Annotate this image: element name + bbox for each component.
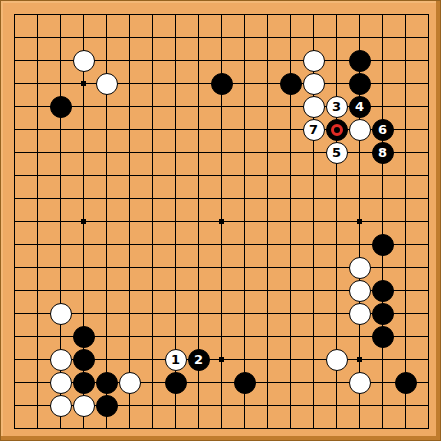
intersection-r16c6[interactable] bbox=[118, 348, 141, 371]
intersection-r2c9[interactable] bbox=[187, 26, 210, 49]
intersection-r12c3[interactable] bbox=[49, 256, 72, 279]
intersection-r18c13[interactable] bbox=[279, 394, 302, 417]
intersection-r5c18[interactable] bbox=[394, 95, 417, 118]
intersection-r11c19[interactable] bbox=[417, 233, 440, 256]
intersection-r6c14[interactable]: 7 bbox=[302, 118, 325, 141]
intersection-r13c12[interactable] bbox=[256, 279, 279, 302]
intersection-r2c16[interactable] bbox=[348, 26, 371, 49]
intersection-r9c14[interactable] bbox=[302, 187, 325, 210]
intersection-r15c19[interactable] bbox=[417, 325, 440, 348]
intersection-r5c8[interactable] bbox=[164, 95, 187, 118]
intersection-r14c12[interactable] bbox=[256, 302, 279, 325]
intersection-r5c16[interactable]: 4 bbox=[348, 95, 371, 118]
intersection-r3c4[interactable] bbox=[72, 49, 95, 72]
intersection-r3c1[interactable] bbox=[3, 49, 26, 72]
intersection-r7c3[interactable] bbox=[49, 141, 72, 164]
intersection-r14c7[interactable] bbox=[141, 302, 164, 325]
intersection-r15c1[interactable] bbox=[3, 325, 26, 348]
intersection-r4c7[interactable] bbox=[141, 72, 164, 95]
intersection-r13c14[interactable] bbox=[302, 279, 325, 302]
intersection-r13c17[interactable] bbox=[371, 279, 394, 302]
intersection-r18c15[interactable] bbox=[325, 394, 348, 417]
intersection-r11c4[interactable] bbox=[72, 233, 95, 256]
intersection-r15c18[interactable] bbox=[394, 325, 417, 348]
intersection-r10c6[interactable] bbox=[118, 210, 141, 233]
intersection-r9c1[interactable] bbox=[3, 187, 26, 210]
intersection-r17c13[interactable] bbox=[279, 371, 302, 394]
intersection-r4c15[interactable] bbox=[325, 72, 348, 95]
intersection-r5c2[interactable] bbox=[26, 95, 49, 118]
intersection-r16c17[interactable] bbox=[371, 348, 394, 371]
intersection-r12c8[interactable] bbox=[164, 256, 187, 279]
intersection-r6c17[interactable]: 6 bbox=[371, 118, 394, 141]
intersection-r2c17[interactable] bbox=[371, 26, 394, 49]
intersection-r15c12[interactable] bbox=[256, 325, 279, 348]
intersection-r11c5[interactable] bbox=[95, 233, 118, 256]
intersection-r1c6[interactable] bbox=[118, 3, 141, 26]
intersection-r4c3[interactable] bbox=[49, 72, 72, 95]
intersection-r13c3[interactable] bbox=[49, 279, 72, 302]
intersection-r11c8[interactable] bbox=[164, 233, 187, 256]
intersection-r17c11[interactable] bbox=[233, 371, 256, 394]
intersection-r15c5[interactable] bbox=[95, 325, 118, 348]
intersection-r8c8[interactable] bbox=[164, 164, 187, 187]
intersection-r8c12[interactable] bbox=[256, 164, 279, 187]
intersection-r7c19[interactable] bbox=[417, 141, 440, 164]
intersection-r14c6[interactable] bbox=[118, 302, 141, 325]
intersection-r10c9[interactable] bbox=[187, 210, 210, 233]
intersection-r17c15[interactable] bbox=[325, 371, 348, 394]
intersection-r1c5[interactable] bbox=[95, 3, 118, 26]
intersection-r1c4[interactable] bbox=[72, 3, 95, 26]
intersection-r8c15[interactable] bbox=[325, 164, 348, 187]
intersection-r8c5[interactable] bbox=[95, 164, 118, 187]
intersection-r15c9[interactable] bbox=[187, 325, 210, 348]
intersection-r1c1[interactable] bbox=[3, 3, 26, 26]
intersection-r3c17[interactable] bbox=[371, 49, 394, 72]
intersection-r5c12[interactable] bbox=[256, 95, 279, 118]
intersection-r15c7[interactable] bbox=[141, 325, 164, 348]
intersection-r13c7[interactable] bbox=[141, 279, 164, 302]
intersection-r19c4[interactable] bbox=[72, 417, 95, 440]
intersection-r2c1[interactable] bbox=[3, 26, 26, 49]
intersection-r19c13[interactable] bbox=[279, 417, 302, 440]
intersection-r17c8[interactable] bbox=[164, 371, 187, 394]
intersection-r18c5[interactable] bbox=[95, 394, 118, 417]
intersection-r19c5[interactable] bbox=[95, 417, 118, 440]
intersection-r3c7[interactable] bbox=[141, 49, 164, 72]
intersection-r16c11[interactable] bbox=[233, 348, 256, 371]
intersection-r11c18[interactable] bbox=[394, 233, 417, 256]
intersection-r3c9[interactable] bbox=[187, 49, 210, 72]
intersection-r3c3[interactable] bbox=[49, 49, 72, 72]
intersection-r14c16[interactable] bbox=[348, 302, 371, 325]
intersection-r1c7[interactable] bbox=[141, 3, 164, 26]
intersection-r6c3[interactable] bbox=[49, 118, 72, 141]
intersection-r4c18[interactable] bbox=[394, 72, 417, 95]
intersection-r13c11[interactable] bbox=[233, 279, 256, 302]
intersection-r1c11[interactable] bbox=[233, 3, 256, 26]
intersection-r18c12[interactable] bbox=[256, 394, 279, 417]
intersection-r7c16[interactable] bbox=[348, 141, 371, 164]
intersection-r11c13[interactable] bbox=[279, 233, 302, 256]
intersection-r4c8[interactable] bbox=[164, 72, 187, 95]
intersection-r9c3[interactable] bbox=[49, 187, 72, 210]
intersection-r1c12[interactable] bbox=[256, 3, 279, 26]
intersection-r15c4[interactable] bbox=[72, 325, 95, 348]
intersection-r2c10[interactable] bbox=[210, 26, 233, 49]
intersection-r4c4[interactable] bbox=[72, 72, 95, 95]
intersection-r9c2[interactable] bbox=[26, 187, 49, 210]
intersection-r4c14[interactable] bbox=[302, 72, 325, 95]
intersection-r16c12[interactable] bbox=[256, 348, 279, 371]
intersection-r8c14[interactable] bbox=[302, 164, 325, 187]
intersection-r3c5[interactable] bbox=[95, 49, 118, 72]
intersection-r11c10[interactable] bbox=[210, 233, 233, 256]
intersection-r19c12[interactable] bbox=[256, 417, 279, 440]
intersection-r12c18[interactable] bbox=[394, 256, 417, 279]
intersection-r13c5[interactable] bbox=[95, 279, 118, 302]
intersection-r18c2[interactable] bbox=[26, 394, 49, 417]
intersection-r5c9[interactable] bbox=[187, 95, 210, 118]
intersection-r5c5[interactable] bbox=[95, 95, 118, 118]
intersection-r3c2[interactable] bbox=[26, 49, 49, 72]
intersection-r18c1[interactable] bbox=[3, 394, 26, 417]
intersection-r11c17[interactable] bbox=[371, 233, 394, 256]
intersection-r19c19[interactable] bbox=[417, 417, 440, 440]
intersection-r9c12[interactable] bbox=[256, 187, 279, 210]
intersection-r6c4[interactable] bbox=[72, 118, 95, 141]
intersection-r13c8[interactable] bbox=[164, 279, 187, 302]
intersection-r11c6[interactable] bbox=[118, 233, 141, 256]
intersection-r16c1[interactable] bbox=[3, 348, 26, 371]
intersection-r13c13[interactable] bbox=[279, 279, 302, 302]
intersection-r9c9[interactable] bbox=[187, 187, 210, 210]
intersection-r18c17[interactable] bbox=[371, 394, 394, 417]
intersection-r3c14[interactable] bbox=[302, 49, 325, 72]
intersection-r1c17[interactable] bbox=[371, 3, 394, 26]
intersection-r9c6[interactable] bbox=[118, 187, 141, 210]
intersection-r11c2[interactable] bbox=[26, 233, 49, 256]
intersection-r2c5[interactable] bbox=[95, 26, 118, 49]
intersection-r11c14[interactable] bbox=[302, 233, 325, 256]
intersection-r18c4[interactable] bbox=[72, 394, 95, 417]
intersection-r4c5[interactable] bbox=[95, 72, 118, 95]
intersection-r14c14[interactable] bbox=[302, 302, 325, 325]
intersection-r6c18[interactable] bbox=[394, 118, 417, 141]
intersection-r18c7[interactable] bbox=[141, 394, 164, 417]
intersection-r1c15[interactable] bbox=[325, 3, 348, 26]
intersection-r10c17[interactable] bbox=[371, 210, 394, 233]
intersection-r2c4[interactable] bbox=[72, 26, 95, 49]
intersection-r7c9[interactable] bbox=[187, 141, 210, 164]
intersection-r14c10[interactable] bbox=[210, 302, 233, 325]
intersection-r3c10[interactable] bbox=[210, 49, 233, 72]
intersection-r1c2[interactable] bbox=[26, 3, 49, 26]
intersection-r13c9[interactable] bbox=[187, 279, 210, 302]
intersection-r16c16[interactable] bbox=[348, 348, 371, 371]
intersection-r7c13[interactable] bbox=[279, 141, 302, 164]
intersection-r7c10[interactable] bbox=[210, 141, 233, 164]
intersection-r14c8[interactable] bbox=[164, 302, 187, 325]
intersection-r7c12[interactable] bbox=[256, 141, 279, 164]
intersection-r9c7[interactable] bbox=[141, 187, 164, 210]
intersection-r18c9[interactable] bbox=[187, 394, 210, 417]
intersection-r4c2[interactable] bbox=[26, 72, 49, 95]
intersection-r2c13[interactable] bbox=[279, 26, 302, 49]
intersection-r7c1[interactable] bbox=[3, 141, 26, 164]
intersection-r1c14[interactable] bbox=[302, 3, 325, 26]
intersection-r1c13[interactable] bbox=[279, 3, 302, 26]
intersection-r12c5[interactable] bbox=[95, 256, 118, 279]
intersection-r14c18[interactable] bbox=[394, 302, 417, 325]
intersection-r3c15[interactable] bbox=[325, 49, 348, 72]
intersection-r16c8[interactable]: 1 bbox=[164, 348, 187, 371]
intersection-r6c2[interactable] bbox=[26, 118, 49, 141]
intersection-r16c5[interactable] bbox=[95, 348, 118, 371]
intersection-r1c3[interactable] bbox=[49, 3, 72, 26]
intersection-r18c3[interactable] bbox=[49, 394, 72, 417]
intersection-r8c2[interactable] bbox=[26, 164, 49, 187]
intersection-r7c18[interactable] bbox=[394, 141, 417, 164]
intersection-r4c10[interactable] bbox=[210, 72, 233, 95]
intersection-r6c19[interactable] bbox=[417, 118, 440, 141]
intersection-r16c7[interactable] bbox=[141, 348, 164, 371]
intersection-r19c1[interactable] bbox=[3, 417, 26, 440]
intersection-r15c13[interactable] bbox=[279, 325, 302, 348]
intersection-r9c11[interactable] bbox=[233, 187, 256, 210]
intersection-r6c7[interactable] bbox=[141, 118, 164, 141]
intersection-r18c10[interactable] bbox=[210, 394, 233, 417]
intersection-r7c6[interactable] bbox=[118, 141, 141, 164]
intersection-r8c19[interactable] bbox=[417, 164, 440, 187]
intersection-r16c9[interactable]: 2 bbox=[187, 348, 210, 371]
intersection-r11c9[interactable] bbox=[187, 233, 210, 256]
intersection-r13c10[interactable] bbox=[210, 279, 233, 302]
intersection-r14c2[interactable] bbox=[26, 302, 49, 325]
intersection-r9c4[interactable] bbox=[72, 187, 95, 210]
intersection-r10c14[interactable] bbox=[302, 210, 325, 233]
intersection-r16c15[interactable] bbox=[325, 348, 348, 371]
intersection-r15c14[interactable] bbox=[302, 325, 325, 348]
intersection-r16c4[interactable] bbox=[72, 348, 95, 371]
intersection-r5c10[interactable] bbox=[210, 95, 233, 118]
intersection-r19c11[interactable] bbox=[233, 417, 256, 440]
intersection-r2c8[interactable] bbox=[164, 26, 187, 49]
intersection-r17c10[interactable] bbox=[210, 371, 233, 394]
intersection-r10c15[interactable] bbox=[325, 210, 348, 233]
intersection-r12c7[interactable] bbox=[141, 256, 164, 279]
intersection-r8c3[interactable] bbox=[49, 164, 72, 187]
intersection-r3c8[interactable] bbox=[164, 49, 187, 72]
intersection-r17c14[interactable] bbox=[302, 371, 325, 394]
intersection-r2c11[interactable] bbox=[233, 26, 256, 49]
intersection-r8c9[interactable] bbox=[187, 164, 210, 187]
intersection-r7c8[interactable] bbox=[164, 141, 187, 164]
intersection-r1c8[interactable] bbox=[164, 3, 187, 26]
intersection-r5c15[interactable]: 3 bbox=[325, 95, 348, 118]
intersection-r16c3[interactable] bbox=[49, 348, 72, 371]
intersection-r12c12[interactable] bbox=[256, 256, 279, 279]
intersection-r5c6[interactable] bbox=[118, 95, 141, 118]
intersection-r15c11[interactable] bbox=[233, 325, 256, 348]
intersection-r6c1[interactable] bbox=[3, 118, 26, 141]
intersection-r5c11[interactable] bbox=[233, 95, 256, 118]
intersection-r15c8[interactable] bbox=[164, 325, 187, 348]
intersection-r10c5[interactable] bbox=[95, 210, 118, 233]
intersection-r2c6[interactable] bbox=[118, 26, 141, 49]
intersection-r10c2[interactable] bbox=[26, 210, 49, 233]
intersection-r8c13[interactable] bbox=[279, 164, 302, 187]
intersection-r10c4[interactable] bbox=[72, 210, 95, 233]
intersection-r19c16[interactable] bbox=[348, 417, 371, 440]
intersection-r6c12[interactable] bbox=[256, 118, 279, 141]
intersection-r15c3[interactable] bbox=[49, 325, 72, 348]
intersection-r8c4[interactable] bbox=[72, 164, 95, 187]
intersection-r2c7[interactable] bbox=[141, 26, 164, 49]
intersection-r14c15[interactable] bbox=[325, 302, 348, 325]
intersection-r4c17[interactable] bbox=[371, 72, 394, 95]
intersection-r19c10[interactable] bbox=[210, 417, 233, 440]
intersection-r13c18[interactable] bbox=[394, 279, 417, 302]
intersection-r1c19[interactable] bbox=[417, 3, 440, 26]
intersection-r12c14[interactable] bbox=[302, 256, 325, 279]
intersection-r14c17[interactable] bbox=[371, 302, 394, 325]
intersection-r14c5[interactable] bbox=[95, 302, 118, 325]
intersection-r17c17[interactable] bbox=[371, 371, 394, 394]
intersection-r3c11[interactable] bbox=[233, 49, 256, 72]
intersection-r14c4[interactable] bbox=[72, 302, 95, 325]
intersection-r10c18[interactable] bbox=[394, 210, 417, 233]
intersection-r2c14[interactable] bbox=[302, 26, 325, 49]
intersection-r13c2[interactable] bbox=[26, 279, 49, 302]
intersection-r7c11[interactable] bbox=[233, 141, 256, 164]
intersection-r17c16[interactable] bbox=[348, 371, 371, 394]
intersection-r17c7[interactable] bbox=[141, 371, 164, 394]
intersection-r15c2[interactable] bbox=[26, 325, 49, 348]
intersection-r8c10[interactable] bbox=[210, 164, 233, 187]
intersection-r14c1[interactable] bbox=[3, 302, 26, 325]
intersection-r8c17[interactable] bbox=[371, 164, 394, 187]
intersection-r18c8[interactable] bbox=[164, 394, 187, 417]
intersection-r10c3[interactable] bbox=[49, 210, 72, 233]
intersection-r6c5[interactable] bbox=[95, 118, 118, 141]
intersection-r9c8[interactable] bbox=[164, 187, 187, 210]
intersection-r4c16[interactable] bbox=[348, 72, 371, 95]
intersection-r10c11[interactable] bbox=[233, 210, 256, 233]
intersection-r4c6[interactable] bbox=[118, 72, 141, 95]
intersection-r19c18[interactable] bbox=[394, 417, 417, 440]
intersection-r12c6[interactable] bbox=[118, 256, 141, 279]
intersection-r1c18[interactable] bbox=[394, 3, 417, 26]
intersection-r19c7[interactable] bbox=[141, 417, 164, 440]
intersection-r14c13[interactable] bbox=[279, 302, 302, 325]
intersection-r8c11[interactable] bbox=[233, 164, 256, 187]
intersection-r7c17[interactable]: 8 bbox=[371, 141, 394, 164]
intersection-r5c3[interactable] bbox=[49, 95, 72, 118]
intersection-r13c1[interactable] bbox=[3, 279, 26, 302]
intersection-r19c3[interactable] bbox=[49, 417, 72, 440]
intersection-r19c2[interactable] bbox=[26, 417, 49, 440]
intersection-r4c9[interactable] bbox=[187, 72, 210, 95]
intersection-r19c17[interactable] bbox=[371, 417, 394, 440]
intersection-r13c15[interactable] bbox=[325, 279, 348, 302]
intersection-r8c18[interactable] bbox=[394, 164, 417, 187]
intersection-r11c7[interactable] bbox=[141, 233, 164, 256]
intersection-r19c9[interactable] bbox=[187, 417, 210, 440]
intersection-r2c3[interactable] bbox=[49, 26, 72, 49]
intersection-r2c12[interactable] bbox=[256, 26, 279, 49]
intersection-r15c6[interactable] bbox=[118, 325, 141, 348]
intersection-r9c13[interactable] bbox=[279, 187, 302, 210]
intersection-r16c19[interactable] bbox=[417, 348, 440, 371]
intersection-r9c19[interactable] bbox=[417, 187, 440, 210]
intersection-r10c1[interactable] bbox=[3, 210, 26, 233]
intersection-r12c4[interactable] bbox=[72, 256, 95, 279]
intersection-r12c19[interactable] bbox=[417, 256, 440, 279]
intersection-r17c12[interactable] bbox=[256, 371, 279, 394]
intersection-r14c19[interactable] bbox=[417, 302, 440, 325]
intersection-r18c19[interactable] bbox=[417, 394, 440, 417]
intersection-r17c1[interactable] bbox=[3, 371, 26, 394]
intersection-r16c13[interactable] bbox=[279, 348, 302, 371]
intersection-r18c18[interactable] bbox=[394, 394, 417, 417]
intersection-r12c13[interactable] bbox=[279, 256, 302, 279]
intersection-r6c10[interactable] bbox=[210, 118, 233, 141]
intersection-r12c10[interactable] bbox=[210, 256, 233, 279]
intersection-r17c9[interactable] bbox=[187, 371, 210, 394]
intersection-r3c19[interactable] bbox=[417, 49, 440, 72]
intersection-r2c15[interactable] bbox=[325, 26, 348, 49]
intersection-r3c16[interactable] bbox=[348, 49, 371, 72]
intersection-r12c1[interactable] bbox=[3, 256, 26, 279]
intersection-r11c15[interactable] bbox=[325, 233, 348, 256]
intersection-r12c9[interactable] bbox=[187, 256, 210, 279]
intersection-r12c16[interactable] bbox=[348, 256, 371, 279]
intersection-r17c18[interactable] bbox=[394, 371, 417, 394]
intersection-r1c10[interactable] bbox=[210, 3, 233, 26]
intersection-r13c4[interactable] bbox=[72, 279, 95, 302]
intersection-r4c11[interactable] bbox=[233, 72, 256, 95]
intersection-r19c14[interactable] bbox=[302, 417, 325, 440]
intersection-r9c18[interactable] bbox=[394, 187, 417, 210]
intersection-r6c9[interactable] bbox=[187, 118, 210, 141]
intersection-r19c8[interactable] bbox=[164, 417, 187, 440]
intersection-r17c2[interactable] bbox=[26, 371, 49, 394]
intersection-r8c1[interactable] bbox=[3, 164, 26, 187]
intersection-r9c10[interactable] bbox=[210, 187, 233, 210]
intersection-r19c6[interactable] bbox=[118, 417, 141, 440]
intersection-r4c13[interactable] bbox=[279, 72, 302, 95]
intersection-r10c8[interactable] bbox=[164, 210, 187, 233]
intersection-r14c3[interactable] bbox=[49, 302, 72, 325]
intersection-r10c13[interactable] bbox=[279, 210, 302, 233]
intersection-r4c12[interactable] bbox=[256, 72, 279, 95]
intersection-r8c6[interactable] bbox=[118, 164, 141, 187]
intersection-r16c18[interactable] bbox=[394, 348, 417, 371]
intersection-r12c2[interactable] bbox=[26, 256, 49, 279]
intersection-r16c14[interactable] bbox=[302, 348, 325, 371]
intersection-r13c16[interactable] bbox=[348, 279, 371, 302]
intersection-r6c13[interactable] bbox=[279, 118, 302, 141]
intersection-r8c16[interactable] bbox=[348, 164, 371, 187]
intersection-r16c10[interactable] bbox=[210, 348, 233, 371]
intersection-r4c19[interactable] bbox=[417, 72, 440, 95]
intersection-r12c11[interactable] bbox=[233, 256, 256, 279]
intersection-r11c11[interactable] bbox=[233, 233, 256, 256]
intersection-r7c14[interactable] bbox=[302, 141, 325, 164]
intersection-r6c16[interactable] bbox=[348, 118, 371, 141]
